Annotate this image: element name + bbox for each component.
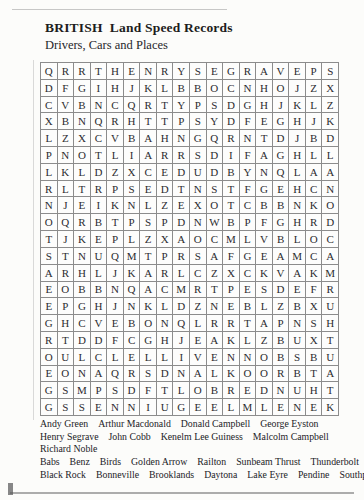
grid-cell-r8c16: H bbox=[289, 181, 306, 198]
grid-cell-r13c18: M bbox=[322, 265, 339, 282]
grid-cell-r18c1: O bbox=[41, 349, 58, 366]
grid-cell-r20c11: B bbox=[207, 382, 224, 399]
grid-cell-r5c9: N bbox=[173, 130, 190, 147]
grid-cell-r20c9: L bbox=[173, 382, 190, 399]
grid-cell-r16c18: H bbox=[322, 315, 339, 332]
grid-cell-r3c4: N bbox=[91, 97, 108, 114]
grid-cell-r10c12: B bbox=[223, 214, 240, 231]
grid-cell-r5c2: Z bbox=[58, 130, 75, 147]
grid-cell-r11c10: O bbox=[190, 231, 207, 248]
grid-cell-r11c4: E bbox=[91, 231, 108, 248]
grid-cell-r19c16: B bbox=[289, 366, 306, 383]
grid-cell-r14c9: M bbox=[173, 282, 190, 299]
grid-cell-r21c11: E bbox=[207, 399, 224, 416]
grid-cell-r4c15: G bbox=[273, 113, 290, 130]
grid-cell-r17c11: A bbox=[207, 332, 224, 349]
grid-cell-r17c10: E bbox=[190, 332, 207, 349]
grid-cell-r19c10: A bbox=[190, 366, 207, 383]
grid-cell-r6c3: O bbox=[74, 147, 91, 164]
grid-cell-r1c5: H bbox=[107, 63, 124, 80]
grid-cell-r5c11: Q bbox=[207, 130, 224, 147]
grid-cell-r6c11: D bbox=[207, 147, 224, 164]
grid-cell-r6c8: R bbox=[157, 147, 174, 164]
grid-cell-r7c9: D bbox=[173, 164, 190, 181]
grid-cell-r15c16: B bbox=[289, 298, 306, 315]
grid-cell-r12c8: P bbox=[157, 248, 174, 265]
grid-cell-r7c8: E bbox=[157, 164, 174, 181]
grid-cell-r6c5: L bbox=[107, 147, 124, 164]
grid-cell-r19c18: A bbox=[322, 366, 339, 383]
grid-cell-r1c17: P bbox=[306, 63, 323, 80]
grid-cell-r13c8: R bbox=[157, 265, 174, 282]
word-list-item: Sunbeam Thrust bbox=[236, 456, 300, 469]
grid-cell-r16c8: N bbox=[157, 315, 174, 332]
grid-cell-r21c5: N bbox=[107, 399, 124, 416]
grid-cell-r18c11: E bbox=[207, 349, 224, 366]
grid-cell-r13c13: C bbox=[240, 265, 257, 282]
grid-cell-r2c11: O bbox=[207, 80, 224, 97]
grid-cell-r8c12: T bbox=[223, 181, 240, 198]
grid-cell-r19c7: S bbox=[140, 366, 157, 383]
grid-cell-r6c4: T bbox=[91, 147, 108, 164]
grid-cell-r4c12: D bbox=[223, 113, 240, 130]
grid-cell-r19c14: O bbox=[256, 366, 273, 383]
grid-cell-r17c1: R bbox=[41, 332, 58, 349]
grid-cell-r12c4: U bbox=[91, 248, 108, 265]
grid-cell-r19c17: T bbox=[306, 366, 323, 383]
grid-cell-r10c18: D bbox=[322, 214, 339, 231]
grid-cell-r7c11: D bbox=[207, 164, 224, 181]
grid-cell-r6c18: L bbox=[322, 147, 339, 164]
grid-cell-r13c2: R bbox=[58, 265, 75, 282]
grid-cell-r14c2: O bbox=[58, 282, 75, 299]
grid-cell-r9c8: Z bbox=[157, 197, 174, 214]
grid-cell-r2c9: B bbox=[173, 80, 190, 97]
grid-cell-r18c15: B bbox=[273, 349, 290, 366]
grid-cell-r6c1: P bbox=[41, 147, 58, 164]
grid-cell-r18c18: U bbox=[322, 349, 339, 366]
grid-cell-r8c13: F bbox=[240, 181, 257, 198]
grid-cell-r8c10: N bbox=[190, 181, 207, 198]
grid-cell-r1c1: Q bbox=[41, 63, 58, 80]
grid-cell-r18c7: L bbox=[140, 349, 157, 366]
grid-cell-r9c7: L bbox=[140, 197, 157, 214]
grid-cell-r4c7: T bbox=[140, 113, 157, 130]
grid-cell-r11c17: O bbox=[306, 231, 323, 248]
grid-cell-r5c3: X bbox=[74, 130, 91, 147]
grid-cell-r13c17: K bbox=[306, 265, 323, 282]
grid-cell-r21c3: S bbox=[74, 399, 91, 416]
grid-cell-r21c17: E bbox=[306, 399, 323, 416]
grid-cell-r12c18: A bbox=[322, 248, 339, 265]
grid-cell-r5c8: H bbox=[157, 130, 174, 147]
grid-cell-r11c2: J bbox=[58, 231, 75, 248]
grid-cell-r17c5: F bbox=[107, 332, 124, 349]
word-list: Andy GreenArthur MacdonaldDonald Campbel… bbox=[40, 418, 352, 482]
word-list-item: Daytona bbox=[204, 469, 237, 482]
grid-cell-r19c12: K bbox=[223, 366, 240, 383]
grid-cell-r10c16: H bbox=[289, 214, 306, 231]
grid-cell-r4c9: P bbox=[173, 113, 190, 130]
grid-cell-r8c3: T bbox=[74, 181, 91, 198]
grid-cell-r13c9: L bbox=[173, 265, 190, 282]
grid-cell-r8c1: R bbox=[41, 181, 58, 198]
grid-cell-r1c11: E bbox=[207, 63, 224, 80]
grid-cell-r16c12: R bbox=[223, 315, 240, 332]
grid-cell-r7c15: Q bbox=[273, 164, 290, 181]
grid-cell-r2c6: J bbox=[124, 80, 141, 97]
grid-cell-r16c3: C bbox=[74, 315, 91, 332]
grid-cell-r3c5: C bbox=[107, 97, 124, 114]
grid-cell-r17c14: Z bbox=[256, 332, 273, 349]
grid-cell-r13c6: K bbox=[124, 265, 141, 282]
grid-cell-r4c3: N bbox=[74, 113, 91, 130]
grid-cell-r5c6: B bbox=[124, 130, 141, 147]
grid-cell-r14c14: S bbox=[256, 282, 273, 299]
grid-cell-r2c17: Z bbox=[306, 80, 323, 97]
grid-cell-r8c2: L bbox=[58, 181, 75, 198]
grid-cell-r12c10: S bbox=[190, 248, 207, 265]
grid-cell-r20c8: T bbox=[157, 382, 174, 399]
grid-cell-r5c13: N bbox=[240, 130, 257, 147]
grid-cell-r19c5: Q bbox=[107, 366, 124, 383]
grid-cell-r14c12: P bbox=[223, 282, 240, 299]
grid-cell-r11c9: A bbox=[173, 231, 190, 248]
grid-cell-r3c6: Q bbox=[124, 97, 141, 114]
scan-edge-corner bbox=[8, 483, 13, 495]
grid-cell-r17c9: J bbox=[173, 332, 190, 349]
grid-cell-r12c14: E bbox=[256, 248, 273, 265]
grid-cell-r9c1: N bbox=[41, 197, 58, 214]
grid-cell-r15c11: N bbox=[207, 298, 224, 315]
grid-cell-r13c16: A bbox=[289, 265, 306, 282]
grid-cell-r4c5: R bbox=[107, 113, 124, 130]
grid-cell-r21c14: L bbox=[256, 399, 273, 416]
grid-cell-r15c4: H bbox=[91, 298, 108, 315]
grid-cell-r13c10: C bbox=[190, 265, 207, 282]
grid-cell-r12c5: Q bbox=[107, 248, 124, 265]
grid-cell-r15c17: X bbox=[306, 298, 323, 315]
grid-cell-r21c4: E bbox=[91, 399, 108, 416]
grid-cell-r9c9: E bbox=[173, 197, 190, 214]
grid-cell-r2c12: C bbox=[223, 80, 240, 97]
grid-cell-r6c12: I bbox=[223, 147, 240, 164]
grid-cell-r7c14: N bbox=[256, 164, 273, 181]
grid-cell-r5c5: V bbox=[107, 130, 124, 147]
grid-cell-r9c16: N bbox=[289, 197, 306, 214]
grid-cell-r3c1: C bbox=[41, 97, 58, 114]
grid-cell-r18c4: C bbox=[91, 349, 108, 366]
grid-cell-r15c8: L bbox=[157, 298, 174, 315]
grid-cell-r10c5: T bbox=[107, 214, 124, 231]
grid-cell-r1c4: T bbox=[91, 63, 108, 80]
grid-cell-r20c15: N bbox=[273, 382, 290, 399]
grid-cell-r16c5: E bbox=[107, 315, 124, 332]
word-list-item: Malcolm Campbell bbox=[253, 431, 329, 444]
word-list-line-1: Andy GreenArthur MacdonaldDonald Campbel… bbox=[40, 418, 352, 431]
grid-cell-r17c16: U bbox=[289, 332, 306, 349]
grid-cell-r8c5: P bbox=[107, 181, 124, 198]
grid-cell-r6c10: S bbox=[190, 147, 207, 164]
grid-cell-r14c11: T bbox=[207, 282, 224, 299]
grid-cell-r10c7: S bbox=[140, 214, 157, 231]
grid-cell-r4c6: H bbox=[124, 113, 141, 130]
grid-cell-r12c13: G bbox=[240, 248, 257, 265]
grid-cell-r17c17: X bbox=[306, 332, 323, 349]
grid-cell-r18c10: V bbox=[190, 349, 207, 366]
grid-cell-r18c16: S bbox=[289, 349, 306, 366]
grid-cell-r7c13: Y bbox=[240, 164, 257, 181]
grid-cell-r20c6: D bbox=[124, 382, 141, 399]
grid-cell-r5c1: L bbox=[41, 130, 58, 147]
grid-cell-r9c5: K bbox=[107, 197, 124, 214]
grid-cell-r20c16: U bbox=[289, 382, 306, 399]
grid-cell-r8c11: S bbox=[207, 181, 224, 198]
grid-cell-r3c10: P bbox=[190, 97, 207, 114]
grid-cell-r9c12: T bbox=[223, 197, 240, 214]
grid-cell-r18c12: N bbox=[223, 349, 240, 366]
grid-cell-r12c9: R bbox=[173, 248, 190, 265]
scanned-puzzle-page: BRITISH Land Speed Records Drivers, Cars… bbox=[0, 0, 364, 500]
grid-cell-r10c4: B bbox=[91, 214, 108, 231]
grid-cell-r3c13: G bbox=[240, 97, 257, 114]
grid-cell-r21c7: I bbox=[140, 399, 157, 416]
word-list-item: Railton bbox=[197, 456, 226, 469]
grid-cell-r9c14: B bbox=[256, 197, 273, 214]
grid-cell-r15c18: U bbox=[322, 298, 339, 315]
grid-cell-r16c10: L bbox=[190, 315, 207, 332]
grid-cell-r14c1: E bbox=[41, 282, 58, 299]
word-list-item: Black Rock bbox=[40, 469, 86, 482]
grid-cell-r1c6: E bbox=[124, 63, 141, 80]
grid-cell-r13c7: A bbox=[140, 265, 157, 282]
word-list-item: Lake Eyre bbox=[247, 469, 288, 482]
grid-cell-r1c7: N bbox=[140, 63, 157, 80]
grid-cell-r1c3: R bbox=[74, 63, 91, 80]
grid-cell-r3c11: S bbox=[207, 97, 224, 114]
grid-cell-r12c7: T bbox=[140, 248, 157, 265]
grid-cell-r14c7: A bbox=[140, 282, 157, 299]
grid-cell-r10c13: P bbox=[240, 214, 257, 231]
grid-cell-r9c11: O bbox=[207, 197, 224, 214]
grid-cell-r1c15: V bbox=[273, 63, 290, 80]
grid-cell-r21c2: S bbox=[58, 399, 75, 416]
grid-cell-r4c2: B bbox=[58, 113, 75, 130]
word-list-item: Benz bbox=[70, 456, 90, 469]
grid-cell-r19c1: E bbox=[41, 366, 58, 383]
grid-cell-r21c15: E bbox=[273, 399, 290, 416]
grid-cell-r17c18: T bbox=[322, 332, 339, 349]
grid-cell-r13c5: J bbox=[107, 265, 124, 282]
grid-cell-r2c14: H bbox=[256, 80, 273, 97]
grid-cell-r5c17: B bbox=[306, 130, 323, 147]
grid-cell-r17c4: D bbox=[91, 332, 108, 349]
grid-cell-r13c14: K bbox=[256, 265, 273, 282]
grid-cell-r7c4: D bbox=[91, 164, 108, 181]
grid-cell-r19c6: R bbox=[124, 366, 141, 383]
grid-cell-r2c8: L bbox=[157, 80, 174, 97]
grid-cell-r2c3: G bbox=[74, 80, 91, 97]
grid-cell-r10c10: N bbox=[190, 214, 207, 231]
grid-cell-r1c8: R bbox=[157, 63, 174, 80]
grid-cell-r16c16: N bbox=[289, 315, 306, 332]
grid-cell-r14c4: B bbox=[91, 282, 108, 299]
grid-cell-r20c3: M bbox=[74, 382, 91, 399]
grid-cell-r1c12: G bbox=[223, 63, 240, 80]
grid-cell-r11c7: Z bbox=[140, 231, 157, 248]
grid-cell-r20c5: S bbox=[107, 382, 124, 399]
grid-cell-r2c10: B bbox=[190, 80, 207, 97]
grid-cell-r21c8: U bbox=[157, 399, 174, 416]
grid-cell-r10c17: R bbox=[306, 214, 323, 231]
word-list-item: Arthur Macdonald bbox=[98, 418, 171, 431]
grid-cell-r20c14: D bbox=[256, 382, 273, 399]
grid-cell-r19c15: R bbox=[273, 366, 290, 383]
grid-cell-r9c2: J bbox=[58, 197, 75, 214]
grid-cell-r10c8: P bbox=[157, 214, 174, 231]
grid-cell-r21c18: K bbox=[322, 399, 339, 416]
grid-cell-r21c16: N bbox=[289, 399, 306, 416]
grid-cell-r6c7: A bbox=[140, 147, 157, 164]
grid-cell-r10c14: F bbox=[256, 214, 273, 231]
grid-cell-r6c13: F bbox=[240, 147, 257, 164]
grid-cell-r15c7: K bbox=[140, 298, 157, 315]
grid-cell-r14c8: C bbox=[157, 282, 174, 299]
grid-cell-r11c18: C bbox=[322, 231, 339, 248]
grid-cell-r9c13: C bbox=[240, 197, 257, 214]
grid-cell-r11c6: L bbox=[124, 231, 141, 248]
grid-cell-r8c4: R bbox=[91, 181, 108, 198]
grid-cell-r8c17: C bbox=[306, 181, 323, 198]
grid-cell-r20c13: E bbox=[240, 382, 257, 399]
grid-cell-r5c15: D bbox=[273, 130, 290, 147]
grid-cell-r16c15: P bbox=[273, 315, 290, 332]
grid-cell-r3c7: R bbox=[140, 97, 157, 114]
grid-cell-r3c16: K bbox=[289, 97, 306, 114]
grid-cell-r7c6: X bbox=[124, 164, 141, 181]
grid-cell-r7c2: K bbox=[58, 164, 75, 181]
grid-cell-r21c9: G bbox=[173, 399, 190, 416]
word-list-item: Henry Segrave bbox=[40, 431, 99, 444]
grid-cell-r5c4: C bbox=[91, 130, 108, 147]
grid-cell-r13c1: A bbox=[41, 265, 58, 282]
grid-cell-r10c11: W bbox=[207, 214, 224, 231]
grid-cell-r6c6: I bbox=[124, 147, 141, 164]
grid-cell-r11c3: K bbox=[74, 231, 91, 248]
grid-cell-r7c17: A bbox=[306, 164, 323, 181]
grid-cell-r3c14: H bbox=[256, 97, 273, 114]
grid-cell-r5c16: J bbox=[289, 130, 306, 147]
grid-cell-r8c6: S bbox=[124, 181, 141, 198]
grid-cell-r19c2: O bbox=[58, 366, 75, 383]
grid-cell-r15c3: G bbox=[74, 298, 91, 315]
grid-cell-r13c11: Z bbox=[207, 265, 224, 282]
grid-cell-r12c1: S bbox=[41, 248, 58, 265]
grid-cell-r3c15: J bbox=[273, 97, 290, 114]
grid-cell-r3c9: Y bbox=[173, 97, 190, 114]
grid-cell-r20c10: O bbox=[190, 382, 207, 399]
grid-cell-r12c6: M bbox=[124, 248, 141, 265]
word-list-item: Thunderbolt bbox=[310, 456, 358, 469]
grid-cell-r16c6: B bbox=[124, 315, 141, 332]
grid-cell-r6c9: R bbox=[173, 147, 190, 164]
grid-cell-r11c1: T bbox=[41, 231, 58, 248]
grid-cell-r20c17: H bbox=[306, 382, 323, 399]
scan-edge-left bbox=[33, 60, 34, 420]
grid-cell-r7c12: B bbox=[223, 164, 240, 181]
grid-cell-r1c10: S bbox=[190, 63, 207, 80]
word-list-item: Kenelm Lee Guiness bbox=[161, 431, 243, 444]
grid-cell-r20c7: F bbox=[140, 382, 157, 399]
grid-cell-r2c13: N bbox=[240, 80, 257, 97]
grid-cell-r10c2: Q bbox=[58, 214, 75, 231]
grid-cell-r1c2: R bbox=[58, 63, 75, 80]
grid-cell-r2c5: H bbox=[107, 80, 124, 97]
grid-cell-r7c10: U bbox=[190, 164, 207, 181]
grid-cell-r16c1: G bbox=[41, 315, 58, 332]
grid-cell-r5c18: D bbox=[322, 130, 339, 147]
page-subtitle: Drivers, Cars and Places bbox=[45, 38, 168, 53]
grid-cell-r17c3: D bbox=[74, 332, 91, 349]
grid-cell-r4c4: Q bbox=[91, 113, 108, 130]
grid-cell-r21c12: L bbox=[223, 399, 240, 416]
grid-cell-r5c12: R bbox=[223, 130, 240, 147]
grid-cell-r19c13: O bbox=[240, 366, 257, 383]
grid-cell-r20c12: R bbox=[223, 382, 240, 399]
grid-cell-r16c7: O bbox=[140, 315, 157, 332]
word-list-item: Southport bbox=[339, 469, 364, 482]
grid-cell-r10c3: R bbox=[74, 214, 91, 231]
grid-cell-r4c1: X bbox=[41, 113, 58, 130]
grid-cell-r7c18: A bbox=[322, 164, 339, 181]
word-list-item: Birds bbox=[100, 456, 121, 469]
grid-cell-r17c13: L bbox=[240, 332, 257, 349]
grid-cell-r17c6: C bbox=[124, 332, 141, 349]
grid-cell-r12c12: F bbox=[223, 248, 240, 265]
grid-cell-r3c18: Z bbox=[322, 97, 339, 114]
grid-cell-r10c15: G bbox=[273, 214, 290, 231]
grid-cell-r21c6: N bbox=[124, 399, 141, 416]
grid-cell-r21c10: E bbox=[190, 399, 207, 416]
grid-cell-r17c2: T bbox=[58, 332, 75, 349]
grid-cell-r15c1: E bbox=[41, 298, 58, 315]
grid-cell-r7c3: L bbox=[74, 164, 91, 181]
grid-cell-r15c13: B bbox=[240, 298, 257, 315]
grid-cell-r1c18: S bbox=[322, 63, 339, 80]
grid-cell-r20c1: G bbox=[41, 382, 58, 399]
grid-cell-r19c3: N bbox=[74, 366, 91, 383]
word-list-item: Pendine bbox=[298, 469, 330, 482]
grid-cell-r8c7: E bbox=[140, 181, 157, 198]
grid-cell-r1c16: E bbox=[289, 63, 306, 80]
grid-cell-r19c11: L bbox=[207, 366, 224, 383]
grid-cell-r19c9: N bbox=[173, 366, 190, 383]
grid-cell-r16c17: S bbox=[306, 315, 323, 332]
grid-cell-r4c18: K bbox=[322, 113, 339, 130]
grid-cell-r19c4: A bbox=[91, 366, 108, 383]
grid-cell-r7c7: C bbox=[140, 164, 157, 181]
grid-cell-r2c18: X bbox=[322, 80, 339, 97]
grid-cell-r15c10: Z bbox=[190, 298, 207, 315]
grid-cell-r16c13: T bbox=[240, 315, 257, 332]
grid-cell-r18c14: O bbox=[256, 349, 273, 366]
grid-cell-r16c9: Q bbox=[173, 315, 190, 332]
word-list-line-4: BabsBenzBirdsGolden ArrowRailtonSunbeam … bbox=[40, 456, 352, 469]
grid-cell-r6c17: L bbox=[306, 147, 323, 164]
grid-cell-r8c18: N bbox=[322, 181, 339, 198]
word-list-line-3: Richard Noble bbox=[40, 443, 352, 456]
grid-cell-r13c15: V bbox=[273, 265, 290, 282]
